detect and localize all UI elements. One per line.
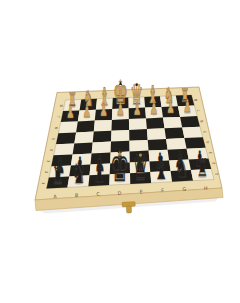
- piece-glyph: ♜: [197, 154, 208, 183]
- square-c6[interactable]: [94, 120, 112, 132]
- square-h5[interactable]: [182, 127, 203, 138]
- piece-white-pawn-g7[interactable]: ♟: [166, 97, 174, 117]
- piece-glyph: ♛: [132, 146, 149, 189]
- chessboard-photo: ABCDEFGH1122334455667788♜♞♝♚♛♝♞♜♟♟♟♟♟♟♟♟…: [0, 0, 240, 303]
- piece-glyph: ♞: [72, 157, 85, 190]
- piece-glyph: ♚: [110, 141, 130, 191]
- square-e5[interactable]: [129, 129, 148, 141]
- square-e6[interactable]: [129, 118, 147, 129]
- piece-black-rook-a1[interactable]: ♜: [52, 161, 63, 190]
- square-a6[interactable]: [58, 121, 77, 133]
- piece-glyph: ♟: [166, 97, 174, 117]
- piece-white-pawn-d7[interactable]: ♟: [116, 99, 124, 119]
- square-f5[interactable]: [147, 128, 166, 140]
- piece-glyph: ♟: [66, 101, 74, 121]
- file-label-f: F: [161, 188, 164, 193]
- square-c5[interactable]: [93, 131, 112, 143]
- piece-glyph: ♟: [133, 98, 141, 118]
- square-f6[interactable]: [146, 118, 165, 130]
- square-g5[interactable]: [165, 128, 185, 140]
- piece-glyph: ♞: [175, 151, 188, 184]
- queen-tip: [139, 154, 142, 157]
- piece-white-pawn-f7[interactable]: ♟: [150, 98, 158, 118]
- piece-glyph: ♟: [116, 99, 124, 119]
- piece-white-pawn-a7[interactable]: ♟: [66, 101, 74, 121]
- piece-glyph: ♟: [100, 100, 108, 120]
- product-photo: ABCDEFGH1122334455667788♜♞♝♚♛♝♞♜♟♟♟♟♟♟♟♟…: [0, 0, 240, 303]
- square-b5[interactable]: [74, 132, 94, 144]
- file-label-g: G: [182, 187, 186, 192]
- file-label-d: D: [118, 190, 122, 195]
- piece-glyph: ♟: [150, 98, 158, 118]
- piece-black-bishop-c1[interactable]: ♝: [92, 152, 107, 190]
- square-g6[interactable]: [163, 117, 182, 128]
- piece-glyph: ♜: [52, 161, 63, 190]
- piece-black-knight-b1[interactable]: ♞: [72, 157, 85, 190]
- piece-white-pawn-h7[interactable]: ♟: [183, 96, 191, 116]
- piece-white-pawn-e7[interactable]: ♟: [133, 98, 141, 118]
- piece-black-queen-e1[interactable]: ♛: [132, 146, 149, 189]
- piece-white-pawn-b7[interactable]: ♟: [83, 100, 91, 120]
- piece-glyph: ♟: [83, 100, 91, 120]
- piece-black-king-d1[interactable]: ♚: [110, 141, 130, 191]
- file-label-b: B: [75, 193, 79, 198]
- piece-glyph: ♝: [92, 152, 107, 190]
- square-d6[interactable]: [112, 119, 130, 131]
- queen-tip: [135, 84, 137, 86]
- square-a5[interactable]: [56, 132, 76, 144]
- piece-black-knight-g1[interactable]: ♞: [175, 151, 188, 184]
- piece-glyph: ♝: [154, 148, 169, 186]
- square-h6[interactable]: [180, 116, 200, 127]
- clasp-hasp: [126, 206, 131, 213]
- piece-white-pawn-c7[interactable]: ♟: [100, 100, 108, 120]
- piece-black-bishop-f1[interactable]: ♝: [154, 148, 169, 186]
- file-label-e: E: [139, 189, 142, 194]
- file-label-h: H: [204, 186, 208, 191]
- square-b6[interactable]: [76, 121, 95, 133]
- piece-black-rook-h1[interactable]: ♜: [197, 154, 208, 183]
- piece-glyph: ♟: [183, 96, 191, 116]
